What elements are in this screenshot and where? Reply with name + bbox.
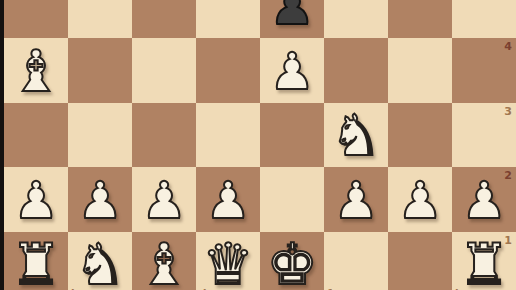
square-a1[interactable]: ♜a (4, 232, 68, 290)
square-h2[interactable]: ♟2 (452, 167, 516, 232)
square-f5[interactable] (324, 0, 388, 38)
white-pawn[interactable]: ♟ (141, 175, 187, 226)
square-a5[interactable] (4, 0, 68, 38)
square-e3[interactable] (260, 103, 324, 168)
white-queen[interactable]: ♛ (202, 236, 253, 290)
square-d2[interactable]: ♟ (196, 167, 260, 232)
square-c4[interactable] (132, 38, 196, 103)
square-b4[interactable] (68, 38, 132, 103)
square-e2[interactable] (260, 167, 324, 232)
square-c1[interactable]: ♝c (132, 232, 196, 290)
white-pawn[interactable]: ♟ (397, 175, 443, 226)
square-g3[interactable] (388, 103, 452, 168)
white-pawn[interactable]: ♟ (13, 175, 59, 226)
white-rook[interactable]: ♜ (10, 236, 61, 290)
white-bishop[interactable]: ♝ (138, 236, 189, 290)
white-pawn[interactable]: ♟ (333, 175, 379, 226)
square-g1[interactable]: g (388, 232, 452, 290)
square-d1[interactable]: ♛d (196, 232, 260, 290)
square-e4[interactable]: ♟ (260, 38, 324, 103)
square-c3[interactable] (132, 103, 196, 168)
chess-board: ♟♝♟4♞3♟♟♟♟♟♟♟2♜a♞b♝c♛d♚efg♜1h (4, 0, 516, 290)
white-rook[interactable]: ♜ (458, 236, 509, 290)
white-pawn[interactable]: ♟ (269, 46, 315, 97)
square-b2[interactable]: ♟ (68, 167, 132, 232)
square-f1[interactable]: f (324, 232, 388, 290)
square-e5[interactable]: ♟ (260, 0, 324, 38)
square-d3[interactable] (196, 103, 260, 168)
square-b3[interactable] (68, 103, 132, 168)
square-f3[interactable]: ♞ (324, 103, 388, 168)
white-king[interactable]: ♚ (266, 236, 317, 290)
square-d5[interactable] (196, 0, 260, 38)
square-a3[interactable] (4, 103, 68, 168)
rank-label-2: 2 (504, 170, 512, 181)
square-h3[interactable]: 3 (452, 103, 516, 168)
white-knight[interactable]: ♞ (74, 236, 125, 290)
square-g4[interactable] (388, 38, 452, 103)
black-pawn[interactable]: ♟ (269, 0, 315, 32)
square-g5[interactable] (388, 0, 452, 38)
square-b1[interactable]: ♞b (68, 232, 132, 290)
square-f2[interactable]: ♟ (324, 167, 388, 232)
square-g2[interactable]: ♟ (388, 167, 452, 232)
board-left-edge-strip (0, 0, 4, 290)
square-h5[interactable] (452, 0, 516, 38)
chess-board-screenshot: ♟♝♟4♞3♟♟♟♟♟♟♟2♜a♞b♝c♛d♚efg♜1h (0, 0, 516, 290)
square-e1[interactable]: ♚e (260, 232, 324, 290)
white-pawn[interactable]: ♟ (205, 175, 251, 226)
square-a4[interactable]: ♝ (4, 38, 68, 103)
square-c5[interactable] (132, 0, 196, 38)
square-c2[interactable]: ♟ (132, 167, 196, 232)
white-bishop[interactable]: ♝ (10, 43, 61, 100)
square-h4[interactable]: 4 (452, 38, 516, 103)
white-pawn[interactable]: ♟ (461, 175, 507, 226)
square-b5[interactable] (68, 0, 132, 38)
white-knight[interactable]: ♞ (330, 107, 381, 164)
square-d4[interactable] (196, 38, 260, 103)
square-a2[interactable]: ♟ (4, 167, 68, 232)
square-h1[interactable]: ♜1h (452, 232, 516, 290)
white-pawn[interactable]: ♟ (77, 175, 123, 226)
square-f4[interactable] (324, 38, 388, 103)
rank-label-4: 4 (504, 41, 512, 52)
rank-label-3: 3 (504, 106, 512, 117)
rank-label-1: 1 (504, 235, 512, 246)
